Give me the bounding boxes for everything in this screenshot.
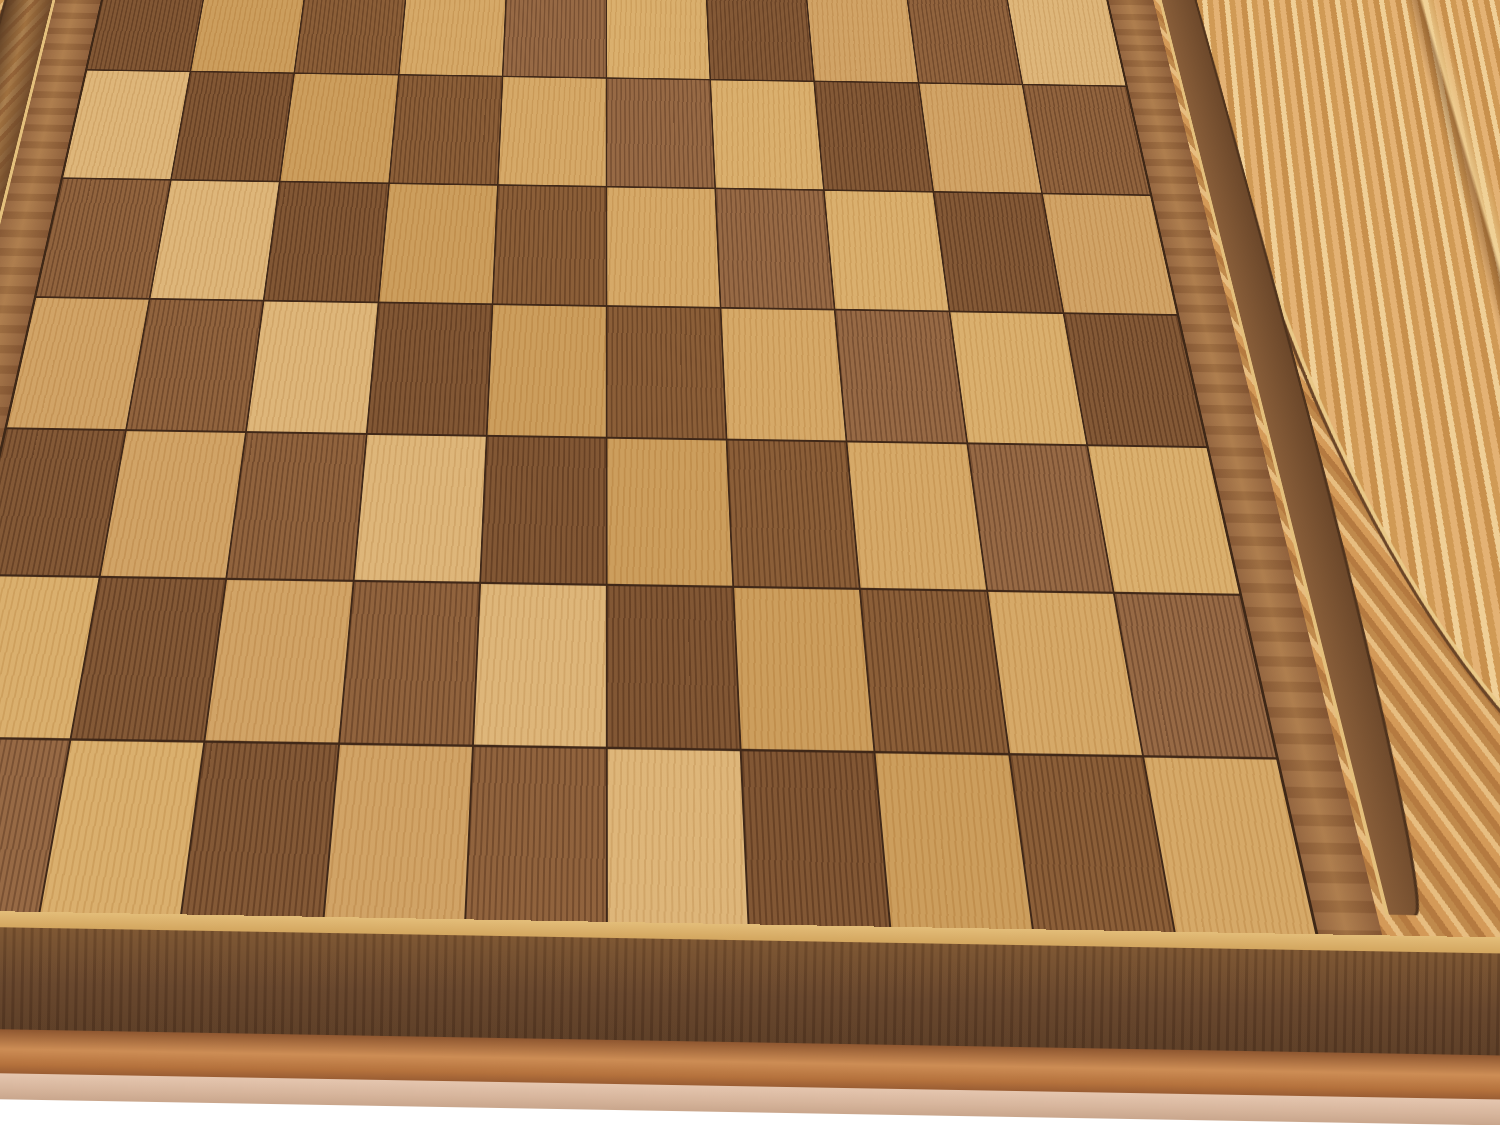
square-r10c6 <box>608 749 748 932</box>
square-r5c9 <box>919 84 1041 193</box>
square-r8c4 <box>354 435 485 581</box>
square-r6c6 <box>607 187 720 307</box>
draughts-board <box>0 0 1317 941</box>
square-r8c8 <box>848 443 986 589</box>
square-r4c6 <box>607 0 710 79</box>
square-r8c2 <box>101 432 245 578</box>
square-r4c5 <box>503 0 605 77</box>
square-r7c5 <box>487 305 605 437</box>
square-r4c3 <box>295 0 406 74</box>
square-r5c4 <box>390 75 502 184</box>
square-r9c2 <box>72 578 226 741</box>
square-r5c2 <box>172 72 294 181</box>
games-table-photo <box>0 0 1500 1125</box>
square-r4c1 <box>87 0 207 71</box>
square-r8c5 <box>481 437 606 583</box>
square-r6c7 <box>716 189 834 309</box>
square-r9c3 <box>206 580 352 743</box>
square-r7c4 <box>367 303 491 435</box>
square-r5c8 <box>815 82 932 191</box>
square-r10c5 <box>466 747 606 930</box>
square-r4c9 <box>906 0 1022 84</box>
square-r10c3 <box>181 743 337 925</box>
square-r9c5 <box>474 584 606 747</box>
square-r8c9 <box>968 445 1112 592</box>
square-r9c4 <box>340 582 479 745</box>
square-r9c6 <box>608 586 740 749</box>
square-r7c7 <box>722 309 846 441</box>
square-r9c8 <box>861 589 1008 752</box>
square-r5c5 <box>498 77 605 186</box>
square-r4c7 <box>707 0 814 80</box>
square-r6c5 <box>493 186 606 306</box>
square-r7c3 <box>247 302 377 434</box>
square-r4c10 <box>1005 0 1125 85</box>
square-r6c4 <box>379 184 497 303</box>
square-r5c7 <box>711 80 823 189</box>
square-r8c3 <box>228 433 366 579</box>
square-r8c6 <box>607 439 732 585</box>
veneer-herringbone-seam <box>1306 0 1500 597</box>
square-r4c2 <box>191 0 307 72</box>
square-r6c8 <box>825 191 948 311</box>
square-r5c3 <box>281 74 398 183</box>
square-r7c8 <box>836 311 966 443</box>
square-r6c2 <box>151 181 279 300</box>
square-r7c9 <box>950 312 1086 444</box>
square-r10c4 <box>324 745 472 928</box>
square-r6c3 <box>265 182 388 301</box>
square-r9c7 <box>734 587 873 750</box>
square-r5c6 <box>607 79 714 188</box>
square-r10c7 <box>742 751 890 934</box>
square-r7c6 <box>607 307 726 439</box>
board-area <box>0 0 1317 941</box>
square-r4c4 <box>399 0 506 75</box>
square-r4c8 <box>806 0 917 82</box>
square-r10c8 <box>876 753 1033 936</box>
tabletop-plane <box>0 0 1500 950</box>
square-r6c9 <box>934 193 1063 313</box>
table-front-edge <box>0 911 1500 1125</box>
square-r8c7 <box>728 441 859 587</box>
square-r7c2 <box>127 300 263 432</box>
